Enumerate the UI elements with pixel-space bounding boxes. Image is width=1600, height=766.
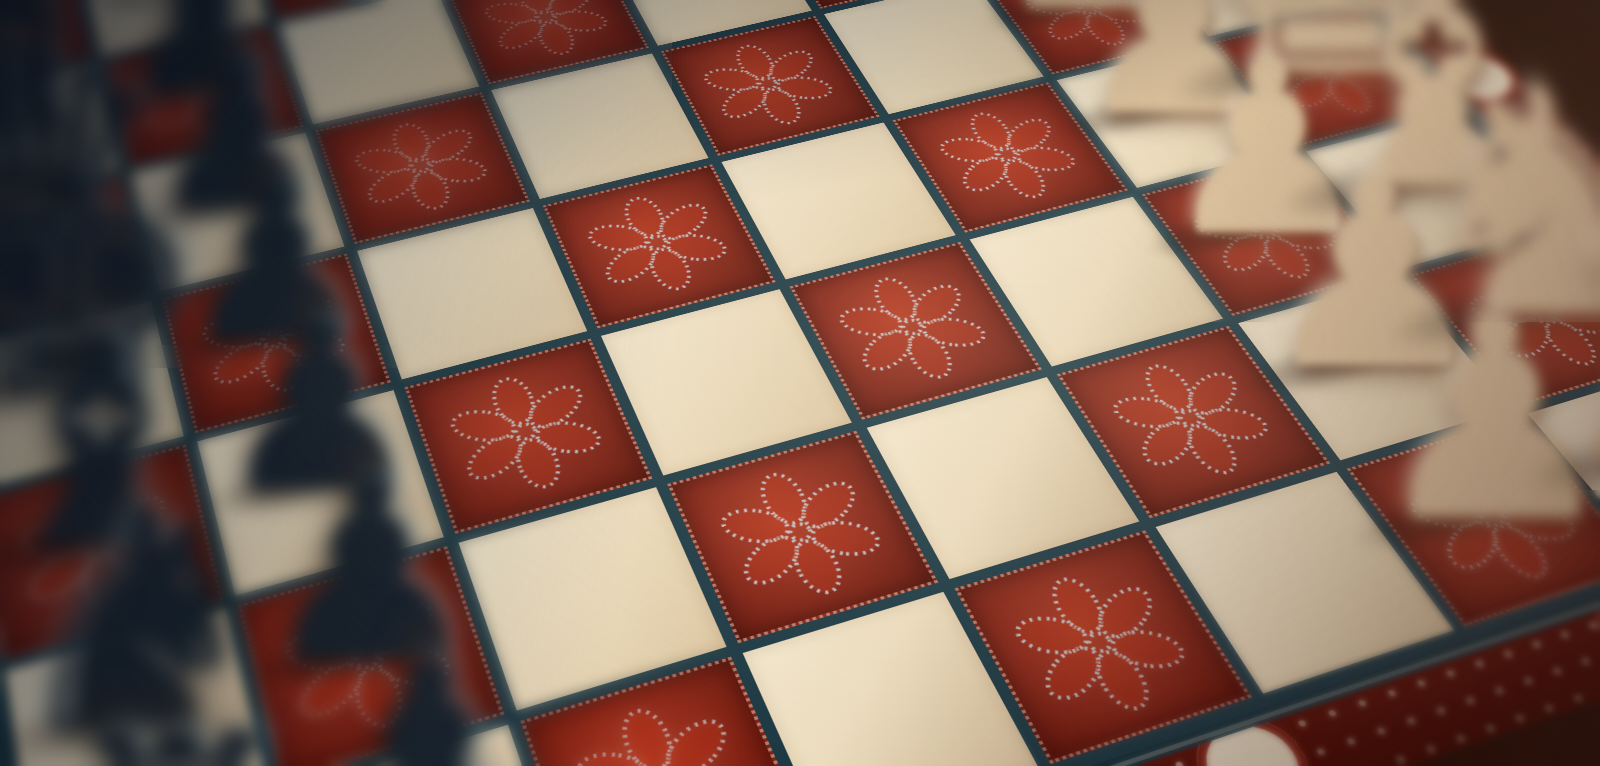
flower-inlay-icon: [0, 185, 135, 329]
flower-inlay-icon: [805, 253, 1024, 407]
flower-inlay-icon: [176, 264, 375, 420]
chessboard-photo: ♜♞♝♛♚♝♞♜♟♟♟♟♟♟♟♟♟♟♟♟♟♟♟♟♜♞♝♛♚♝♞♜: [0, 0, 1600, 766]
board-grid: [0, 0, 1600, 766]
flower-inlay-icon: [675, 25, 865, 146]
flower-inlay-icon: [419, 350, 635, 520]
flower-inlay-icon: [254, 560, 486, 766]
chess-board: [0, 0, 1600, 766]
flower-inlay-icon: [116, 34, 290, 156]
flower-inlay-icon: [328, 102, 515, 234]
flower-inlay-icon: [0, 457, 206, 645]
flower-inlay-icon: [684, 443, 920, 628]
flower-inlay-icon: [558, 174, 760, 316]
